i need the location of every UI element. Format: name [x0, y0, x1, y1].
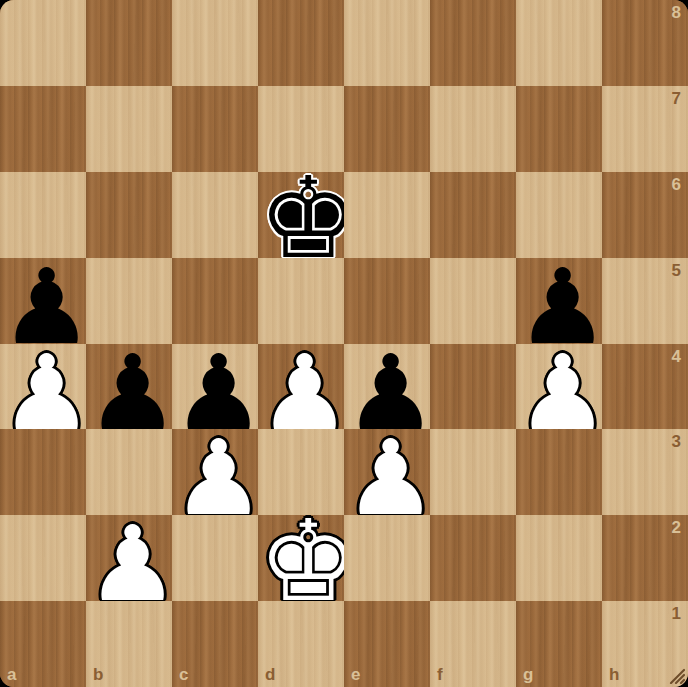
- resize-grip-lines: [665, 664, 685, 684]
- square-g5[interactable]: ♟: [516, 258, 602, 344]
- coord-file-c: c: [179, 666, 188, 683]
- square-f2[interactable]: [430, 515, 516, 601]
- square-h5[interactable]: 5: [602, 258, 688, 344]
- square-c5[interactable]: [172, 258, 258, 344]
- coord-rank-4: 4: [672, 348, 681, 365]
- square-a4[interactable]: ♟: [0, 344, 86, 430]
- square-f7[interactable]: [430, 86, 516, 172]
- square-h3[interactable]: 3: [602, 429, 688, 515]
- square-f4[interactable]: [430, 344, 516, 430]
- square-a5[interactable]: ♟: [0, 258, 86, 344]
- square-c1[interactable]: c: [172, 601, 258, 687]
- square-c3[interactable]: ♟: [172, 429, 258, 515]
- coord-rank-3: 3: [672, 433, 681, 450]
- square-f5[interactable]: [430, 258, 516, 344]
- square-a1[interactable]: a: [0, 601, 86, 687]
- square-d6[interactable]: ♚: [258, 172, 344, 258]
- coord-rank-2: 2: [672, 519, 681, 536]
- square-b1[interactable]: b: [86, 601, 172, 687]
- square-h7[interactable]: 7: [602, 86, 688, 172]
- square-f1[interactable]: f: [430, 601, 516, 687]
- square-g2[interactable]: [516, 515, 602, 601]
- square-b7[interactable]: [86, 86, 172, 172]
- square-a2[interactable]: [0, 515, 86, 601]
- square-f8[interactable]: [430, 0, 516, 86]
- square-d1[interactable]: d: [258, 601, 344, 687]
- coord-rank-8: 8: [672, 4, 681, 21]
- coord-file-e: e: [351, 666, 360, 683]
- square-a3[interactable]: [0, 429, 86, 515]
- square-e6[interactable]: [344, 172, 430, 258]
- coord-file-d: d: [265, 666, 275, 683]
- square-a7[interactable]: [0, 86, 86, 172]
- square-b6[interactable]: [86, 172, 172, 258]
- square-d8[interactable]: [258, 0, 344, 86]
- square-g3[interactable]: [516, 429, 602, 515]
- square-f3[interactable]: [430, 429, 516, 515]
- square-d4[interactable]: ♟: [258, 344, 344, 430]
- square-d5[interactable]: [258, 258, 344, 344]
- square-h6[interactable]: 6: [602, 172, 688, 258]
- coord-rank-6: 6: [672, 176, 681, 193]
- square-g4[interactable]: ♟: [516, 344, 602, 430]
- square-g6[interactable]: [516, 172, 602, 258]
- coord-rank-1: 1: [672, 605, 681, 622]
- square-e1[interactable]: e: [344, 601, 430, 687]
- square-h8[interactable]: 8: [602, 0, 688, 86]
- square-e8[interactable]: [344, 0, 430, 86]
- square-e2[interactable]: [344, 515, 430, 601]
- square-b5[interactable]: [86, 258, 172, 344]
- coord-file-h: h: [609, 666, 619, 683]
- square-e5[interactable]: [344, 258, 430, 344]
- square-c8[interactable]: [172, 0, 258, 86]
- square-c7[interactable]: [172, 86, 258, 172]
- square-b8[interactable]: [86, 0, 172, 86]
- coord-file-g: g: [523, 666, 533, 683]
- square-g8[interactable]: [516, 0, 602, 86]
- square-d2[interactable]: ♚: [258, 515, 344, 601]
- coord-file-b: b: [93, 666, 103, 683]
- square-g1[interactable]: g: [516, 601, 602, 687]
- square-c2[interactable]: [172, 515, 258, 601]
- resize-grip-icon[interactable]: [665, 664, 685, 684]
- square-a6[interactable]: [0, 172, 86, 258]
- square-c6[interactable]: [172, 172, 258, 258]
- coord-rank-7: 7: [672, 90, 681, 107]
- square-b2[interactable]: ♟: [86, 515, 172, 601]
- square-f6[interactable]: [430, 172, 516, 258]
- chess-board[interactable]: 87♚6♟♟5♟♟♟♟♟♟4♟♟3♟♚2abcdefgh1: [0, 0, 688, 687]
- square-h4[interactable]: 4: [602, 344, 688, 430]
- coord-file-f: f: [437, 666, 443, 683]
- square-g7[interactable]: [516, 86, 602, 172]
- coord-rank-5: 5: [672, 262, 681, 279]
- square-a8[interactable]: [0, 0, 86, 86]
- square-b4[interactable]: ♟: [86, 344, 172, 430]
- square-h2[interactable]: 2: [602, 515, 688, 601]
- coord-file-a: a: [7, 666, 16, 683]
